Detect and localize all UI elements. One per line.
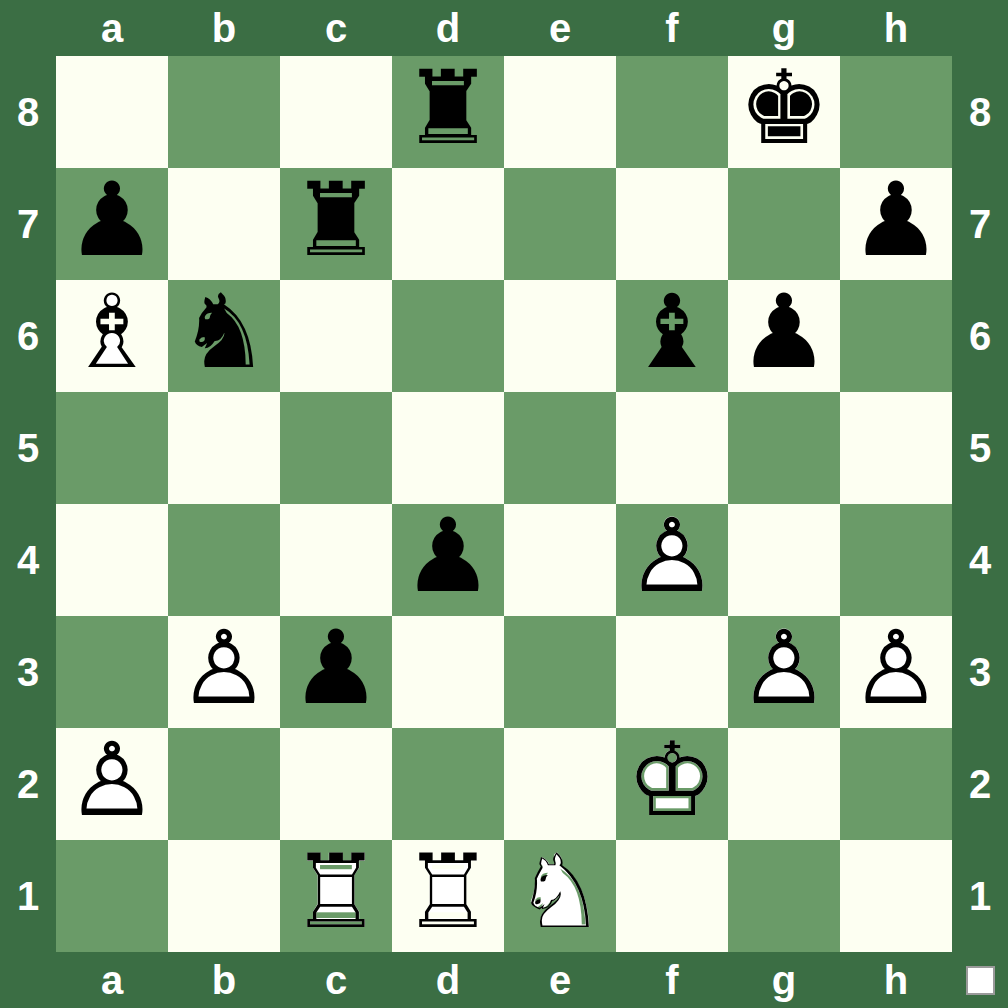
square-d8[interactable]: ♜ (392, 56, 504, 168)
black-bishop[interactable]: ♝ (616, 280, 728, 392)
square-b1[interactable] (168, 840, 280, 952)
rank-label-7-right: 7 (952, 168, 1008, 280)
rank-label-3-left: 3 (0, 616, 56, 728)
square-c3[interactable]: ♟ (280, 616, 392, 728)
rank-label-4-left: 4 (0, 504, 56, 616)
black-knight[interactable]: ♞ (168, 280, 280, 392)
black-rook-glyph: ♜ (392, 52, 504, 164)
rank-label-4-right: 4 (952, 504, 1008, 616)
file-label-e-top: e (504, 0, 616, 56)
file-label-f-bottom: f (616, 952, 728, 1008)
square-h3[interactable]: ♟♙ (840, 616, 952, 728)
square-h2[interactable] (840, 728, 952, 840)
square-a6[interactable]: ♝♗ (56, 280, 168, 392)
file-label-b-top: b (168, 0, 280, 56)
square-g5[interactable] (728, 392, 840, 504)
square-c4[interactable] (280, 504, 392, 616)
rank-label-5-right: 5 (952, 392, 1008, 504)
square-e1[interactable]: ♞♘ (504, 840, 616, 952)
rank-label-1-right: 1 (952, 840, 1008, 952)
square-a8[interactable] (56, 56, 168, 168)
white-knight-outline: ♘ (504, 836, 616, 948)
square-a7[interactable]: ♟ (56, 168, 168, 280)
black-pawn[interactable]: ♟ (728, 280, 840, 392)
square-d7[interactable] (392, 168, 504, 280)
black-pawn[interactable]: ♟ (56, 168, 168, 280)
square-d5[interactable] (392, 392, 504, 504)
square-g4[interactable] (728, 504, 840, 616)
white-pawn[interactable]: ♟♙ (168, 616, 280, 728)
square-e4[interactable] (504, 504, 616, 616)
white-king[interactable]: ♚♔ (616, 728, 728, 840)
white-pawn-outline: ♙ (728, 612, 840, 724)
file-label-h-bottom: h (840, 952, 952, 1008)
white-pawn[interactable]: ♟♙ (728, 616, 840, 728)
file-label-a-bottom: a (56, 952, 168, 1008)
square-d2[interactable] (392, 728, 504, 840)
square-b4[interactable] (168, 504, 280, 616)
rank-label-3-right: 3 (952, 616, 1008, 728)
square-e5[interactable] (504, 392, 616, 504)
square-f4[interactable]: ♟♙ (616, 504, 728, 616)
white-rook-outline: ♖ (280, 836, 392, 948)
square-b5[interactable] (168, 392, 280, 504)
black-knight-glyph: ♞ (168, 276, 280, 388)
white-king-outline: ♔ (616, 724, 728, 836)
square-e7[interactable] (504, 168, 616, 280)
square-g2[interactable] (728, 728, 840, 840)
black-pawn[interactable]: ♟ (840, 168, 952, 280)
square-h7[interactable]: ♟ (840, 168, 952, 280)
square-b3[interactable]: ♟♙ (168, 616, 280, 728)
square-c8[interactable] (280, 56, 392, 168)
white-pawn-outline: ♙ (840, 612, 952, 724)
black-rook-glyph: ♜ (280, 164, 392, 276)
black-king-glyph: ♚ (728, 52, 840, 164)
file-label-c-top: c (280, 0, 392, 56)
file-label-h-top: h (840, 0, 952, 56)
white-rook[interactable]: ♜♖ (280, 840, 392, 952)
square-h1[interactable] (840, 840, 952, 952)
white-pawn[interactable]: ♟♙ (56, 728, 168, 840)
white-pawn-outline: ♙ (616, 500, 728, 612)
white-pawn[interactable]: ♟♙ (840, 616, 952, 728)
square-f1[interactable] (616, 840, 728, 952)
square-h5[interactable] (840, 392, 952, 504)
square-a4[interactable] (56, 504, 168, 616)
square-f7[interactable] (616, 168, 728, 280)
file-label-f-top: f (616, 0, 728, 56)
black-pawn[interactable]: ♟ (280, 616, 392, 728)
square-b6[interactable]: ♞ (168, 280, 280, 392)
white-bishop[interactable]: ♝♗ (56, 280, 168, 392)
square-e2[interactable] (504, 728, 616, 840)
square-c7[interactable]: ♜ (280, 168, 392, 280)
square-h4[interactable] (840, 504, 952, 616)
file-label-e-bottom: e (504, 952, 616, 1008)
square-f3[interactable] (616, 616, 728, 728)
square-f5[interactable] (616, 392, 728, 504)
square-a2[interactable]: ♟♙ (56, 728, 168, 840)
square-b2[interactable] (168, 728, 280, 840)
black-pawn-glyph: ♟ (840, 164, 952, 276)
black-pawn[interactable]: ♟ (392, 504, 504, 616)
square-f6[interactable]: ♝ (616, 280, 728, 392)
white-rook[interactable]: ♜♖ (392, 840, 504, 952)
square-g1[interactable] (728, 840, 840, 952)
square-e6[interactable] (504, 280, 616, 392)
square-e8[interactable] (504, 56, 616, 168)
rank-label-8-right: 8 (952, 56, 1008, 168)
square-c5[interactable] (280, 392, 392, 504)
chess-board: abcdefgh8♜♚87♟♜♟76♝♗♞♝♟6554♟♟♙43♟♙♟♟♙♟♙3… (0, 0, 1008, 1008)
square-f2[interactable]: ♚♔ (616, 728, 728, 840)
rank-label-6-left: 6 (0, 280, 56, 392)
square-d6[interactable] (392, 280, 504, 392)
file-label-c-bottom: c (280, 952, 392, 1008)
black-pawn-glyph: ♟ (392, 500, 504, 612)
white-bishop-outline: ♗ (56, 276, 168, 388)
rank-label-2-right: 2 (952, 728, 1008, 840)
square-g8[interactable]: ♚ (728, 56, 840, 168)
corner-bottom-left (0, 952, 56, 1008)
black-bishop-glyph: ♝ (616, 276, 728, 388)
square-h8[interactable] (840, 56, 952, 168)
file-label-a-top: a (56, 0, 168, 56)
white-pawn-outline: ♙ (56, 724, 168, 836)
white-rook-outline: ♖ (392, 836, 504, 948)
rank-label-2-left: 2 (0, 728, 56, 840)
rank-label-1-left: 1 (0, 840, 56, 952)
square-a5[interactable] (56, 392, 168, 504)
white-pawn-outline: ♙ (168, 612, 280, 724)
black-pawn-glyph: ♟ (280, 612, 392, 724)
rank-label-7-left: 7 (0, 168, 56, 280)
square-d1[interactable]: ♜♖ (392, 840, 504, 952)
square-g6[interactable]: ♟ (728, 280, 840, 392)
square-g3[interactable]: ♟♙ (728, 616, 840, 728)
square-a1[interactable] (56, 840, 168, 952)
square-b7[interactable] (168, 168, 280, 280)
white-pawn[interactable]: ♟♙ (616, 504, 728, 616)
white-knight[interactable]: ♞♘ (504, 840, 616, 952)
side-to-move-indicator (966, 966, 995, 995)
square-g7[interactable] (728, 168, 840, 280)
square-f8[interactable] (616, 56, 728, 168)
square-c1[interactable]: ♜♖ (280, 840, 392, 952)
black-rook[interactable]: ♜ (392, 56, 504, 168)
square-a3[interactable] (56, 616, 168, 728)
square-d3[interactable] (392, 616, 504, 728)
corner-top-right (952, 0, 1008, 56)
file-label-b-bottom: b (168, 952, 280, 1008)
black-rook[interactable]: ♜ (280, 168, 392, 280)
square-c2[interactable] (280, 728, 392, 840)
square-h6[interactable] (840, 280, 952, 392)
corner-bottom-right (952, 952, 1008, 1008)
square-c6[interactable] (280, 280, 392, 392)
black-pawn-glyph: ♟ (728, 276, 840, 388)
rank-label-5-left: 5 (0, 392, 56, 504)
square-b8[interactable] (168, 56, 280, 168)
corner-top-left (0, 0, 56, 56)
square-d4[interactable]: ♟ (392, 504, 504, 616)
black-pawn-glyph: ♟ (56, 164, 168, 276)
square-e3[interactable] (504, 616, 616, 728)
black-king[interactable]: ♚ (728, 56, 840, 168)
file-label-g-bottom: g (728, 952, 840, 1008)
rank-label-6-right: 6 (952, 280, 1008, 392)
file-label-d-bottom: d (392, 952, 504, 1008)
rank-label-8-left: 8 (0, 56, 56, 168)
